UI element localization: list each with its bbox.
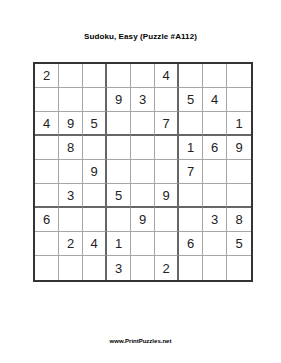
empty-cell-r9c2 [59, 256, 83, 280]
given-cell-r4c9: 9 [227, 136, 251, 160]
empty-cell-r4c1 [35, 136, 59, 160]
given-cell-r6c4: 5 [107, 184, 131, 208]
given-cell-r8c2: 2 [59, 232, 83, 256]
given-cell-r3c9: 1 [227, 112, 251, 136]
empty-cell-r2c1 [35, 88, 59, 112]
empty-cell-r1c5 [131, 64, 155, 88]
empty-cell-r4c3 [83, 136, 107, 160]
sudoku-board: 2493544957181699735969382416532 [33, 62, 253, 282]
empty-cell-r5c6 [155, 160, 179, 184]
empty-cell-r1c9 [227, 64, 251, 88]
empty-cell-r1c8 [203, 64, 227, 88]
given-cell-r2c7: 5 [179, 88, 203, 112]
empty-cell-r8c5 [131, 232, 155, 256]
given-cell-r5c7: 7 [179, 160, 203, 184]
given-cell-r6c2: 3 [59, 184, 83, 208]
empty-cell-r5c9 [227, 160, 251, 184]
empty-cell-r2c6 [155, 88, 179, 112]
given-cell-r2c8: 4 [203, 88, 227, 112]
empty-cell-r6c7 [179, 184, 203, 208]
given-cell-r3c3: 5 [83, 112, 107, 136]
empty-cell-r8c6 [155, 232, 179, 256]
empty-cell-r7c7 [179, 208, 203, 232]
empty-cell-r6c9 [227, 184, 251, 208]
empty-cell-r5c8 [203, 160, 227, 184]
given-cell-r7c1: 6 [35, 208, 59, 232]
footer-url: www.PrintPuzzles.net [0, 338, 281, 344]
given-cell-r8c3: 4 [83, 232, 107, 256]
empty-cell-r2c3 [83, 88, 107, 112]
given-cell-r4c2: 8 [59, 136, 83, 160]
given-cell-r3c1: 4 [35, 112, 59, 136]
empty-cell-r5c2 [59, 160, 83, 184]
given-cell-r3c2: 9 [59, 112, 83, 136]
given-cell-r4c7: 1 [179, 136, 203, 160]
empty-cell-r5c1 [35, 160, 59, 184]
given-cell-r1c1: 2 [35, 64, 59, 88]
given-cell-r6c6: 9 [155, 184, 179, 208]
empty-cell-r1c4 [107, 64, 131, 88]
given-cell-r7c8: 3 [203, 208, 227, 232]
empty-cell-r1c2 [59, 64, 83, 88]
empty-cell-r6c5 [131, 184, 155, 208]
empty-cell-r6c3 [83, 184, 107, 208]
empty-cell-r5c5 [131, 160, 155, 184]
given-cell-r9c4: 3 [107, 256, 131, 280]
empty-cell-r2c9 [227, 88, 251, 112]
empty-cell-r2c2 [59, 88, 83, 112]
given-cell-r8c4: 1 [107, 232, 131, 256]
empty-cell-r1c7 [179, 64, 203, 88]
empty-cell-r4c4 [107, 136, 131, 160]
given-cell-r5c3: 9 [83, 160, 107, 184]
empty-cell-r8c8 [203, 232, 227, 256]
empty-cell-r3c7 [179, 112, 203, 136]
empty-cell-r9c7 [179, 256, 203, 280]
given-cell-r2c5: 3 [131, 88, 155, 112]
empty-cell-r4c6 [155, 136, 179, 160]
empty-cell-r7c6 [155, 208, 179, 232]
empty-cell-r9c1 [35, 256, 59, 280]
empty-cell-r6c8 [203, 184, 227, 208]
empty-cell-r7c2 [59, 208, 83, 232]
given-cell-r4c8: 6 [203, 136, 227, 160]
empty-cell-r8c1 [35, 232, 59, 256]
given-cell-r3c6: 7 [155, 112, 179, 136]
empty-cell-r7c3 [83, 208, 107, 232]
puzzle-title: Sudoku, Easy (Puzzle #A112) [0, 32, 281, 41]
empty-cell-r4c5 [131, 136, 155, 160]
empty-cell-r1c3 [83, 64, 107, 88]
empty-cell-r6c1 [35, 184, 59, 208]
empty-cell-r9c3 [83, 256, 107, 280]
puzzle-page: Sudoku, Easy (Puzzle #A112) 249354495718… [0, 0, 281, 363]
empty-cell-r3c5 [131, 112, 155, 136]
empty-cell-r7c4 [107, 208, 131, 232]
empty-cell-r3c8 [203, 112, 227, 136]
given-cell-r7c9: 8 [227, 208, 251, 232]
given-cell-r8c9: 5 [227, 232, 251, 256]
empty-cell-r5c4 [107, 160, 131, 184]
given-cell-r8c7: 6 [179, 232, 203, 256]
given-cell-r7c5: 9 [131, 208, 155, 232]
empty-cell-r9c5 [131, 256, 155, 280]
given-cell-r1c6: 4 [155, 64, 179, 88]
given-cell-r2c4: 9 [107, 88, 131, 112]
empty-cell-r9c9 [227, 256, 251, 280]
empty-cell-r3c4 [107, 112, 131, 136]
empty-cell-r9c8 [203, 256, 227, 280]
given-cell-r9c6: 2 [155, 256, 179, 280]
